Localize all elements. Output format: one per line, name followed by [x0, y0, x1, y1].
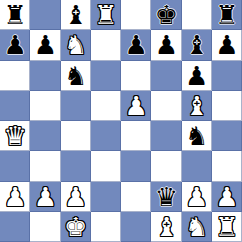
white-queen-icon: ♛ — [3, 121, 26, 151]
square-e8[interactable] — [121, 0, 151, 30]
square-f3[interactable] — [151, 151, 181, 181]
square-c1[interactable]: ♚ — [61, 212, 91, 242]
square-e3[interactable] — [121, 151, 151, 181]
square-c5[interactable] — [61, 91, 91, 121]
square-g6[interactable]: ♟ — [182, 61, 212, 91]
square-g2[interactable]: ♟ — [182, 182, 212, 212]
white-pawn-icon: ♟ — [34, 182, 57, 212]
square-d2[interactable] — [91, 182, 121, 212]
square-h3[interactable] — [212, 151, 242, 181]
square-c4[interactable] — [61, 121, 91, 151]
square-a5[interactable] — [0, 91, 30, 121]
square-h1[interactable]: ♜ — [212, 212, 242, 242]
square-b5[interactable] — [30, 91, 60, 121]
square-b2[interactable]: ♟ — [30, 182, 60, 212]
square-d6[interactable] — [91, 61, 121, 91]
square-c8[interactable]: ♝ — [61, 0, 91, 30]
black-knight-icon: ♞ — [185, 121, 208, 151]
black-knight-icon: ♞ — [64, 61, 87, 91]
square-a6[interactable] — [0, 61, 30, 91]
white-rook-icon: ♜ — [215, 212, 238, 242]
square-f2[interactable]: ♛ — [151, 182, 181, 212]
white-rook-icon: ♜ — [94, 0, 117, 30]
square-f8[interactable]: ♚ — [151, 0, 181, 30]
white-pawn-icon: ♟ — [124, 91, 147, 121]
square-c3[interactable] — [61, 151, 91, 181]
square-c2[interactable]: ♟ — [61, 182, 91, 212]
square-d1[interactable] — [91, 212, 121, 242]
square-g7[interactable]: ♝ — [182, 30, 212, 60]
square-f5[interactable] — [151, 91, 181, 121]
white-pawn-icon: ♟ — [185, 182, 208, 212]
black-king-icon: ♚ — [155, 0, 178, 30]
black-bishop-icon: ♝ — [185, 30, 208, 60]
square-a3[interactable] — [0, 151, 30, 181]
black-pawn-icon: ♟ — [185, 61, 208, 91]
square-g3[interactable] — [182, 151, 212, 181]
white-king-icon: ♚ — [64, 212, 87, 242]
square-b8[interactable] — [30, 0, 60, 30]
square-e6[interactable] — [121, 61, 151, 91]
square-d5[interactable] — [91, 91, 121, 121]
square-e2[interactable] — [121, 182, 151, 212]
black-pawn-icon: ♟ — [215, 30, 238, 60]
square-b3[interactable] — [30, 151, 60, 181]
square-c6[interactable]: ♞ — [61, 61, 91, 91]
square-b1[interactable] — [30, 212, 60, 242]
square-c7[interactable]: ♞ — [61, 30, 91, 60]
white-pawn-icon: ♟ — [64, 182, 87, 212]
square-f4[interactable] — [151, 121, 181, 151]
black-pawn-icon: ♟ — [3, 30, 26, 60]
square-h2[interactable]: ♟ — [212, 182, 242, 212]
square-a4[interactable]: ♛ — [0, 121, 30, 151]
square-d7[interactable] — [91, 30, 121, 60]
square-e4[interactable] — [121, 121, 151, 151]
white-bishop-icon: ♝ — [185, 91, 208, 121]
square-a1[interactable] — [0, 212, 30, 242]
square-d4[interactable] — [91, 121, 121, 151]
square-b6[interactable] — [30, 61, 60, 91]
black-rook-icon: ♜ — [215, 0, 238, 30]
white-pawn-icon: ♟ — [215, 182, 238, 212]
square-a7[interactable]: ♟ — [0, 30, 30, 60]
black-bishop-icon: ♝ — [64, 0, 87, 30]
square-g1[interactable]: ♞ — [182, 212, 212, 242]
square-b7[interactable]: ♟ — [30, 30, 60, 60]
square-g5[interactable]: ♝ — [182, 91, 212, 121]
square-b4[interactable] — [30, 121, 60, 151]
white-knight-icon: ♞ — [64, 30, 87, 60]
chess-board: ♜♝♜♚♜♟♟♞♟♟♝♟♞♟♟♝♛♞♟♟♟♛♟♟♚♝♞♜ — [0, 0, 242, 242]
black-pawn-icon: ♟ — [155, 30, 178, 60]
square-a2[interactable]: ♟ — [0, 182, 30, 212]
square-h5[interactable] — [212, 91, 242, 121]
square-d8[interactable]: ♜ — [91, 0, 121, 30]
white-knight-icon: ♞ — [185, 212, 208, 242]
square-h6[interactable] — [212, 61, 242, 91]
square-e7[interactable]: ♟ — [121, 30, 151, 60]
square-e1[interactable] — [121, 212, 151, 242]
black-pawn-icon: ♟ — [124, 30, 147, 60]
black-queen-icon: ♛ — [155, 182, 178, 212]
square-e5[interactable]: ♟ — [121, 91, 151, 121]
white-pawn-icon: ♟ — [3, 182, 26, 212]
black-rook-icon: ♜ — [3, 0, 26, 30]
square-h7[interactable]: ♟ — [212, 30, 242, 60]
square-h8[interactable]: ♜ — [212, 0, 242, 30]
square-a8[interactable]: ♜ — [0, 0, 30, 30]
square-h4[interactable] — [212, 121, 242, 151]
square-f1[interactable]: ♝ — [151, 212, 181, 242]
square-f7[interactable]: ♟ — [151, 30, 181, 60]
square-g4[interactable]: ♞ — [182, 121, 212, 151]
square-g8[interactable] — [182, 0, 212, 30]
white-bishop-icon: ♝ — [155, 212, 178, 242]
black-pawn-icon: ♟ — [34, 30, 57, 60]
square-d3[interactable] — [91, 151, 121, 181]
square-f6[interactable] — [151, 61, 181, 91]
